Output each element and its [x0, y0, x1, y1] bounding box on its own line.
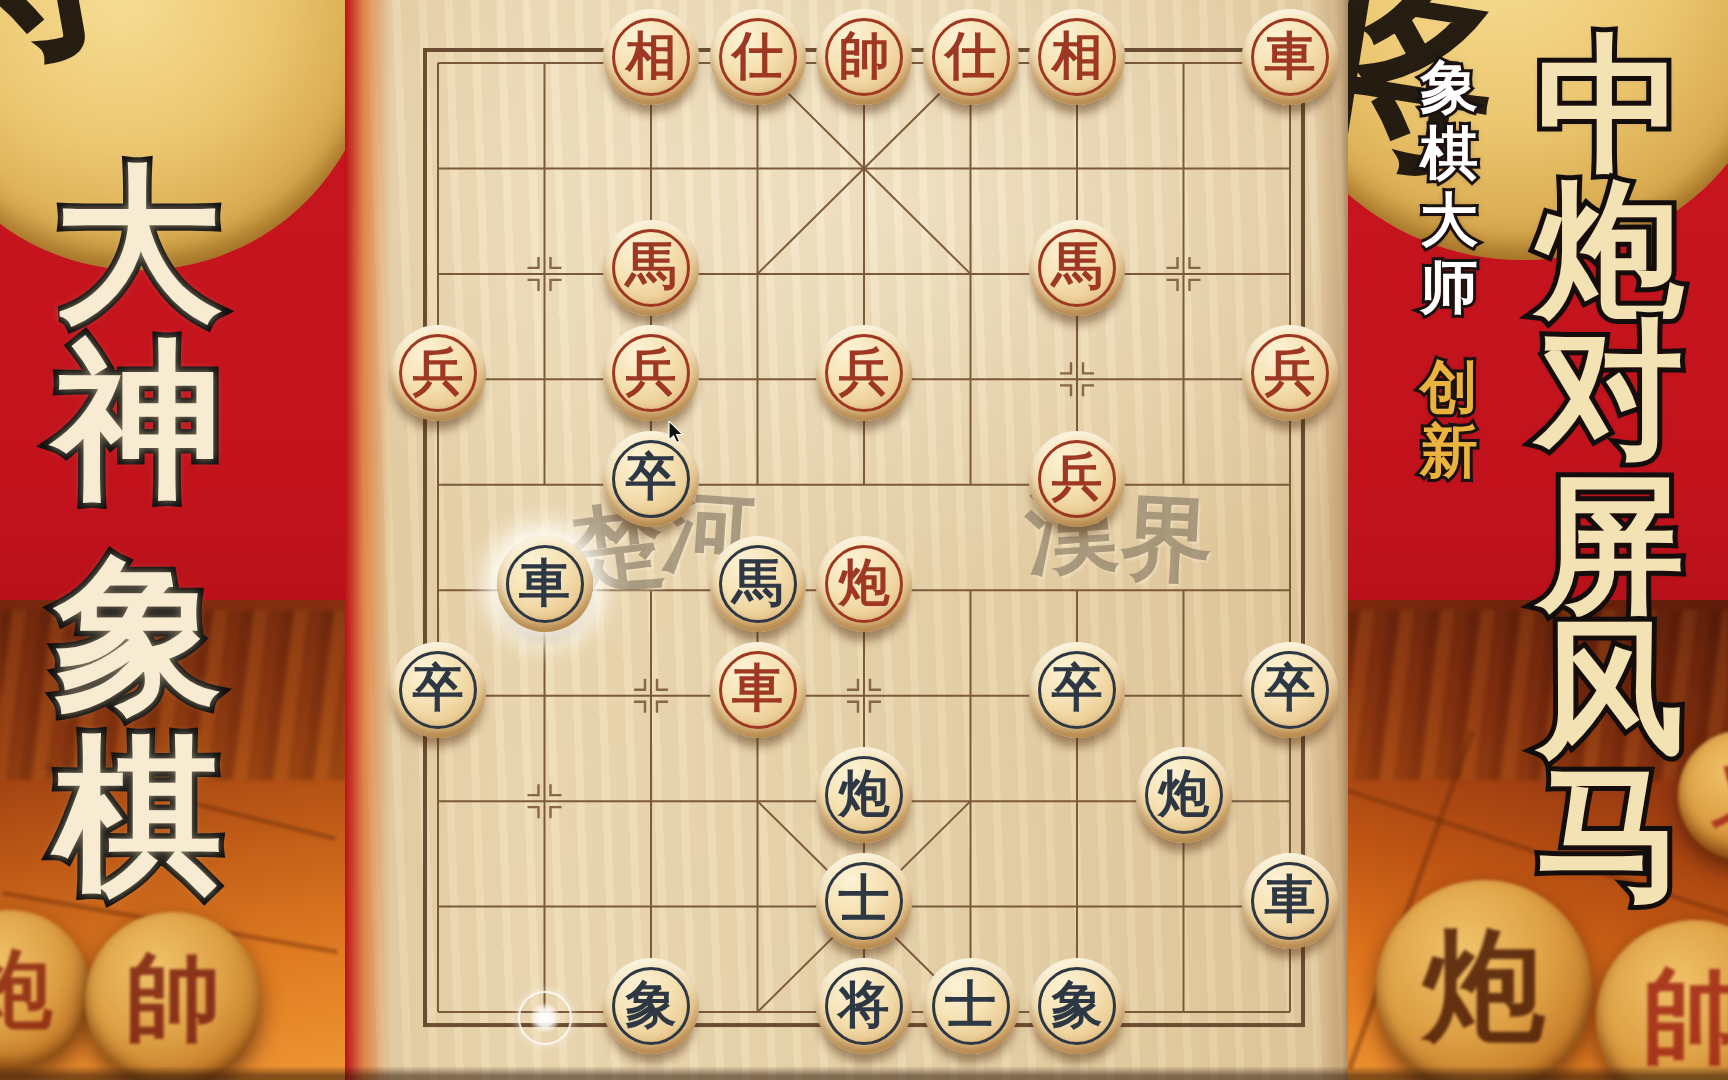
xiangqi-board[interactable]: 楚 河 漢 界 相 仕 帥 仕 相 車 馬 馬 [345, 0, 1348, 1080]
right-decor-panel: 乂 炮 帥 将 象棋大师 创新 中炮对屏风马 [1348, 0, 1728, 1080]
title-char: 师 [1420, 249, 1478, 327]
piece-red-chariot[interactable]: 車 [710, 642, 806, 738]
piece-black-soldier[interactable]: 卒 [1242, 642, 1338, 738]
piece-black-advisor[interactable]: 士 [923, 958, 1019, 1054]
piece-red-elephant[interactable]: 相 [1029, 9, 1125, 105]
piece-black-chariot[interactable]: 車 [497, 536, 593, 632]
piece-red-soldier[interactable]: 兵 [1029, 431, 1125, 527]
piece-glyph: 車 [519, 557, 570, 608]
move-origin-glow [518, 991, 572, 1045]
piece-glyph: 卒 [1052, 662, 1103, 713]
piece-red-chariot[interactable]: 車 [1242, 9, 1338, 105]
piece-red-elephant[interactable]: 相 [603, 9, 699, 105]
photo-piece-general: 帥 [85, 912, 261, 1080]
piece-glyph: 兵 [626, 346, 677, 397]
piece-black-chariot[interactable]: 車 [1242, 853, 1338, 949]
piece-glyph: 炮 [1158, 768, 1209, 819]
piece-glyph: 将 [839, 979, 890, 1030]
left-decor-panel: 炮 帥 将 大神象棋 [0, 0, 345, 1080]
piece-black-soldier[interactable]: 卒 [1029, 642, 1125, 738]
piece-red-king[interactable]: 帥 [816, 9, 912, 105]
title-char: 棋 [54, 704, 222, 931]
piece-glyph: 帥 [839, 30, 890, 81]
piece-glyph: 卒 [413, 662, 464, 713]
piece-glyph: 炮 [839, 557, 890, 608]
piece-glyph: 兵 [1265, 346, 1316, 397]
piece-red-horse[interactable]: 馬 [603, 220, 699, 316]
river-watermark-jie: 界 [1118, 476, 1216, 605]
piece-glyph: 兵 [413, 346, 464, 397]
piece-glyph: 卒 [1265, 662, 1316, 713]
piece-red-advisor[interactable]: 仕 [710, 9, 806, 105]
piece-red-advisor[interactable]: 仕 [923, 9, 1019, 105]
piece-black-elephant[interactable]: 象 [1029, 958, 1125, 1054]
piece-glyph: 相 [1052, 30, 1103, 81]
piece-red-horse[interactable]: 馬 [1029, 220, 1125, 316]
piece-glyph: 象 [626, 979, 677, 1030]
piece-glyph: 馬 [732, 557, 783, 608]
title-char: 神 [54, 309, 222, 536]
title-char: 新 [1420, 413, 1478, 491]
piece-glyph: 兵 [1052, 451, 1103, 502]
mouse-cursor [668, 421, 690, 451]
piece-glyph: 車 [732, 662, 783, 713]
piece-glyph: 相 [626, 30, 677, 81]
photo-piece-general: 帥 [1596, 920, 1728, 1080]
piece-glyph: 車 [1265, 30, 1316, 81]
piece-black-advisor[interactable]: 士 [816, 853, 912, 949]
piece-glyph: 象 [1052, 979, 1103, 1030]
piece-red-soldier[interactable]: 兵 [1242, 325, 1338, 421]
piece-black-cannon[interactable]: 炮 [816, 747, 912, 843]
piece-glyph: 士 [839, 873, 890, 924]
piece-black-horse[interactable]: 馬 [710, 536, 806, 632]
piece-red-soldier[interactable]: 兵 [816, 325, 912, 421]
piece-glyph: 炮 [839, 768, 890, 819]
piece-black-elephant[interactable]: 象 [603, 958, 699, 1054]
piece-glyph: 馬 [626, 240, 677, 291]
piece-glyph: 卒 [626, 451, 677, 502]
piece-red-soldier[interactable]: 兵 [603, 325, 699, 421]
piece-glyph: 仕 [732, 30, 783, 81]
panel-board-transition [345, 0, 391, 1080]
piece-red-soldier[interactable]: 兵 [390, 325, 486, 421]
app-window: 楚 河 漢 界 相 仕 帥 仕 相 車 馬 馬 [0, 0, 1728, 1080]
piece-glyph: 仕 [945, 30, 996, 81]
piece-glyph: 兵 [839, 346, 890, 397]
piece-black-cannon[interactable]: 炮 [1136, 747, 1232, 843]
piece-glyph: 車 [1265, 873, 1316, 924]
title-char: 马 [1536, 736, 1684, 936]
piece-red-cannon[interactable]: 炮 [816, 536, 912, 632]
piece-glyph: 士 [945, 979, 996, 1030]
piece-black-soldier[interactable]: 卒 [390, 642, 486, 738]
piece-glyph: 馬 [1052, 240, 1103, 291]
photo-piece-cannon: 炮 [0, 910, 90, 1070]
bottom-vignette [0, 1066, 1728, 1080]
piece-black-king[interactable]: 将 [816, 958, 912, 1054]
